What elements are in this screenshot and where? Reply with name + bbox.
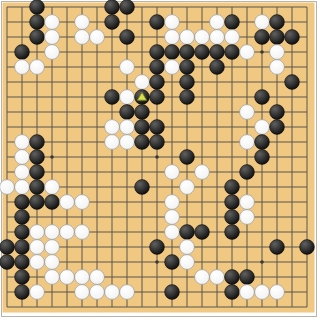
white-stone (180, 180, 195, 195)
black-stone (225, 195, 240, 210)
white-stone (105, 135, 120, 150)
black-stone (210, 45, 225, 60)
black-stone (135, 105, 150, 120)
black-stone (30, 165, 45, 180)
white-stone (255, 15, 270, 30)
black-stone (150, 60, 165, 75)
white-stone (30, 255, 45, 270)
white-stone (45, 225, 60, 240)
white-stone (120, 285, 135, 300)
black-stone (150, 240, 165, 255)
black-stone (15, 45, 30, 60)
black-stone (15, 240, 30, 255)
white-stone (0, 180, 14, 195)
white-stone (210, 270, 225, 285)
black-stone (240, 270, 255, 285)
white-stone (30, 240, 45, 255)
black-stone (195, 45, 210, 60)
white-stone (180, 30, 195, 45)
black-stone (255, 150, 270, 165)
white-stone (240, 45, 255, 60)
black-stone (180, 90, 195, 105)
white-stone (90, 30, 105, 45)
black-stone (30, 135, 45, 150)
white-stone (75, 30, 90, 45)
white-stone (105, 285, 120, 300)
black-stone (105, 90, 120, 105)
white-stone (165, 30, 180, 45)
black-stone (270, 105, 285, 120)
white-stone (30, 225, 45, 240)
black-stone (15, 225, 30, 240)
white-stone (120, 60, 135, 75)
black-stone (225, 15, 240, 30)
black-stone (150, 15, 165, 30)
star-point (50, 155, 54, 159)
white-stone (180, 255, 195, 270)
white-stone (30, 285, 45, 300)
black-stone (15, 210, 30, 225)
white-stone (120, 90, 135, 105)
black-stone (0, 240, 14, 255)
white-stone (45, 240, 60, 255)
white-stone (15, 60, 30, 75)
black-stone (105, 0, 120, 14)
white-stone (165, 60, 180, 75)
black-stone (45, 195, 60, 210)
white-stone (255, 285, 270, 300)
black-stone (300, 240, 315, 255)
white-stone (45, 45, 60, 60)
black-stone (165, 285, 180, 300)
white-stone (135, 75, 150, 90)
black-stone (135, 180, 150, 195)
white-stone (75, 285, 90, 300)
black-stone (180, 75, 195, 90)
white-stone (45, 270, 60, 285)
white-stone (15, 180, 30, 195)
black-stone (285, 30, 300, 45)
white-stone (90, 285, 105, 300)
white-stone (165, 165, 180, 180)
white-stone (270, 60, 285, 75)
go-app-window (0, 0, 320, 320)
black-stone (150, 90, 165, 105)
black-stone (270, 15, 285, 30)
black-stone (15, 270, 30, 285)
black-stone (270, 240, 285, 255)
black-stone (165, 255, 180, 270)
black-stone (150, 45, 165, 60)
white-stone (60, 195, 75, 210)
white-stone (60, 225, 75, 240)
black-stone (0, 255, 14, 270)
black-stone (180, 60, 195, 75)
white-stone (120, 135, 135, 150)
black-stone (165, 45, 180, 60)
black-stone (15, 285, 30, 300)
white-stone (240, 195, 255, 210)
white-stone (270, 285, 285, 300)
white-stone (165, 195, 180, 210)
black-stone (30, 30, 45, 45)
black-stone (225, 180, 240, 195)
white-stone (15, 135, 30, 150)
white-stone (225, 30, 240, 45)
white-stone (165, 225, 180, 240)
black-stone (120, 0, 135, 14)
white-stone (210, 15, 225, 30)
white-stone (120, 120, 135, 135)
black-stone (135, 135, 150, 150)
black-stone (225, 225, 240, 240)
go-board[interactable] (0, 0, 320, 320)
black-stone (135, 120, 150, 135)
white-stone (30, 60, 45, 75)
white-stone (105, 120, 120, 135)
white-stone (240, 135, 255, 150)
star-point (155, 260, 159, 264)
white-stone (165, 210, 180, 225)
black-stone (225, 285, 240, 300)
black-stone (240, 165, 255, 180)
black-stone (150, 75, 165, 90)
black-stone (105, 15, 120, 30)
black-stone (225, 45, 240, 60)
black-stone (255, 30, 270, 45)
white-stone (75, 225, 90, 240)
black-stone (30, 180, 45, 195)
black-stone (285, 75, 300, 90)
white-stone (240, 210, 255, 225)
black-stone (210, 60, 225, 75)
black-stone (270, 120, 285, 135)
black-stone (180, 150, 195, 165)
star-point (260, 260, 264, 264)
black-stone (180, 225, 195, 240)
white-stone (195, 165, 210, 180)
black-stone (150, 135, 165, 150)
white-stone (75, 195, 90, 210)
white-stone (165, 15, 180, 30)
white-stone (45, 255, 60, 270)
black-stone (15, 255, 30, 270)
black-stone (30, 15, 45, 30)
white-stone (180, 240, 195, 255)
star-point (155, 155, 159, 159)
white-stone (45, 30, 60, 45)
white-stone (270, 45, 285, 60)
white-stone (210, 30, 225, 45)
black-stone (225, 270, 240, 285)
white-stone (195, 270, 210, 285)
white-stone (75, 15, 90, 30)
white-stone (45, 180, 60, 195)
star-point (260, 50, 264, 54)
black-stone (255, 135, 270, 150)
white-stone (75, 270, 90, 285)
black-stone (30, 0, 45, 14)
black-stone (225, 210, 240, 225)
white-stone (15, 165, 30, 180)
black-stone (180, 45, 195, 60)
white-stone (195, 30, 210, 45)
white-stone (255, 120, 270, 135)
white-stone (15, 150, 30, 165)
black-stone (255, 90, 270, 105)
white-stone (240, 285, 255, 300)
black-stone (30, 150, 45, 165)
white-stone (240, 105, 255, 120)
black-stone (195, 225, 210, 240)
black-stone (150, 120, 165, 135)
white-stone (90, 270, 105, 285)
black-stone (30, 195, 45, 210)
black-stone (270, 30, 285, 45)
black-stone (15, 195, 30, 210)
black-stone (120, 30, 135, 45)
white-stone (45, 15, 60, 30)
white-stone (60, 270, 75, 285)
black-stone (120, 105, 135, 120)
